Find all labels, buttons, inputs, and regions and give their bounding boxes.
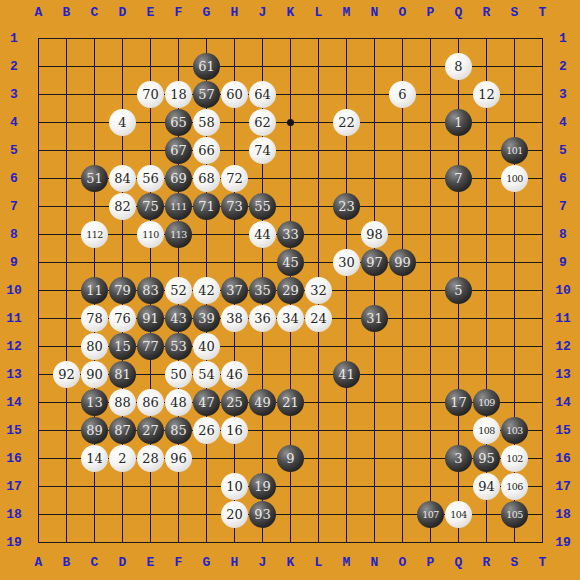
stone-white-90: 90	[81, 361, 108, 388]
go-board-diagram: ABCDEFGHJKLMNOPQRST ABCDEFGHJKLMNOPQRST …	[0, 0, 580, 580]
column-label-bottom-P: P	[417, 555, 445, 571]
column-label-bottom-L: L	[305, 555, 333, 571]
stone-white-8: 8	[445, 53, 472, 80]
row-label-right-19: 19	[549, 535, 577, 551]
stone-black-21: 21	[277, 389, 304, 416]
row-label-left-13: 13	[0, 367, 28, 383]
row-label-left-16: 16	[0, 451, 28, 467]
stone-black-67: 67	[165, 137, 192, 164]
stone-black-51: 51	[81, 165, 108, 192]
stone-black-81: 81	[109, 361, 136, 388]
column-label-top-B: B	[53, 5, 81, 21]
stone-black-99: 99	[389, 249, 416, 276]
stone-black-109: 109	[473, 389, 500, 416]
column-label-top-R: R	[473, 5, 501, 21]
stone-black-31: 31	[361, 305, 388, 332]
row-label-left-2: 2	[0, 59, 28, 75]
stone-white-92: 92	[53, 361, 80, 388]
row-label-right-18: 18	[549, 507, 577, 523]
column-label-top-L: L	[305, 5, 333, 21]
column-label-bottom-G: G	[193, 555, 221, 571]
stone-white-98: 98	[361, 221, 388, 248]
stone-black-93: 93	[249, 501, 276, 528]
stone-white-22: 22	[333, 109, 360, 136]
row-label-right-5: 5	[549, 143, 577, 159]
stone-black-15: 15	[109, 333, 136, 360]
stone-black-75: 75	[137, 193, 164, 220]
stone-black-89: 89	[81, 417, 108, 444]
stone-black-111: 111	[165, 193, 192, 220]
stone-black-113: 113	[165, 221, 192, 248]
stone-black-13: 13	[81, 389, 108, 416]
stone-white-74: 74	[249, 137, 276, 164]
stone-white-20: 20	[221, 501, 248, 528]
row-label-right-16: 16	[549, 451, 577, 467]
row-label-right-9: 9	[549, 255, 577, 271]
stone-white-88: 88	[109, 389, 136, 416]
stone-white-96: 96	[165, 445, 192, 472]
stone-black-79: 79	[109, 277, 136, 304]
row-label-left-14: 14	[0, 395, 28, 411]
column-label-top-S: S	[501, 5, 529, 21]
column-label-top-Q: Q	[445, 5, 473, 21]
column-label-bottom-B: B	[53, 555, 81, 571]
row-label-right-8: 8	[549, 227, 577, 243]
stone-white-6: 6	[389, 81, 416, 108]
stone-white-34: 34	[277, 305, 304, 332]
column-label-top-M: M	[333, 5, 361, 21]
column-label-top-T: T	[529, 5, 557, 21]
stone-white-66: 66	[193, 137, 220, 164]
row-label-left-11: 11	[0, 311, 28, 327]
stone-black-37: 37	[221, 277, 248, 304]
stone-white-30: 30	[333, 249, 360, 276]
stone-black-55: 55	[249, 193, 276, 220]
stone-white-44: 44	[249, 221, 276, 248]
row-label-left-17: 17	[0, 479, 28, 495]
row-label-right-14: 14	[549, 395, 577, 411]
row-label-left-10: 10	[0, 283, 28, 299]
star-point-K4	[287, 119, 294, 126]
stone-white-70: 70	[137, 81, 164, 108]
stone-black-19: 19	[249, 473, 276, 500]
stone-white-60: 60	[221, 81, 248, 108]
column-label-top-K: K	[277, 5, 305, 21]
stone-white-80: 80	[81, 333, 108, 360]
stone-black-103: 103	[501, 417, 528, 444]
stone-black-69: 69	[165, 165, 192, 192]
column-label-bottom-J: J	[249, 555, 277, 571]
stone-black-41: 41	[333, 361, 360, 388]
column-label-bottom-D: D	[109, 555, 137, 571]
stone-white-12: 12	[473, 81, 500, 108]
stone-white-48: 48	[165, 389, 192, 416]
stone-white-28: 28	[137, 445, 164, 472]
stone-white-68: 68	[193, 165, 220, 192]
stone-white-102: 102	[501, 445, 528, 472]
row-label-right-2: 2	[549, 59, 577, 75]
stone-white-40: 40	[193, 333, 220, 360]
stone-black-17: 17	[445, 389, 472, 416]
row-label-left-18: 18	[0, 507, 28, 523]
column-label-top-O: O	[389, 5, 417, 21]
stone-white-18: 18	[165, 81, 192, 108]
row-label-right-7: 7	[549, 199, 577, 215]
stone-white-72: 72	[221, 165, 248, 192]
stone-black-105: 105	[501, 501, 528, 528]
stone-white-36: 36	[249, 305, 276, 332]
column-label-top-D: D	[109, 5, 137, 21]
column-label-bottom-N: N	[361, 555, 389, 571]
stone-white-32: 32	[305, 277, 332, 304]
stone-black-1: 1	[445, 109, 472, 136]
stone-white-14: 14	[81, 445, 108, 472]
column-label-top-G: G	[193, 5, 221, 21]
stone-white-54: 54	[193, 361, 220, 388]
stone-black-33: 33	[277, 221, 304, 248]
column-label-bottom-F: F	[165, 555, 193, 571]
stone-white-100: 100	[501, 165, 528, 192]
stone-black-87: 87	[109, 417, 136, 444]
row-label-right-13: 13	[549, 367, 577, 383]
column-label-bottom-O: O	[389, 555, 417, 571]
row-label-left-9: 9	[0, 255, 28, 271]
column-label-top-F: F	[165, 5, 193, 21]
stone-black-25: 25	[221, 389, 248, 416]
row-label-right-12: 12	[549, 339, 577, 355]
column-label-bottom-S: S	[501, 555, 529, 571]
stone-black-47: 47	[193, 389, 220, 416]
stone-black-65: 65	[165, 109, 192, 136]
stone-white-52: 52	[165, 277, 192, 304]
column-label-bottom-H: H	[221, 555, 249, 571]
stone-black-3: 3	[445, 445, 472, 472]
stone-black-57: 57	[193, 81, 220, 108]
row-label-left-15: 15	[0, 423, 28, 439]
stone-white-108: 108	[473, 417, 500, 444]
stone-white-78: 78	[81, 305, 108, 332]
stone-white-76: 76	[109, 305, 136, 332]
stone-white-4: 4	[109, 109, 136, 136]
stone-white-2: 2	[109, 445, 136, 472]
column-label-bottom-K: K	[277, 555, 305, 571]
row-label-right-1: 1	[549, 31, 577, 47]
row-label-left-1: 1	[0, 31, 28, 47]
column-label-top-N: N	[361, 5, 389, 21]
column-label-bottom-R: R	[473, 555, 501, 571]
stone-white-38: 38	[221, 305, 248, 332]
stone-white-112: 112	[81, 221, 108, 248]
column-label-bottom-C: C	[81, 555, 109, 571]
column-label-top-A: A	[25, 5, 53, 21]
stone-black-73: 73	[221, 193, 248, 220]
column-label-bottom-Q: Q	[445, 555, 473, 571]
row-label-right-17: 17	[549, 479, 577, 495]
stone-black-107: 107	[417, 501, 444, 528]
stone-black-27: 27	[137, 417, 164, 444]
stone-black-101: 101	[501, 137, 528, 164]
column-label-top-P: P	[417, 5, 445, 21]
stone-black-43: 43	[165, 305, 192, 332]
row-label-left-19: 19	[0, 535, 28, 551]
row-label-left-6: 6	[0, 171, 28, 187]
stone-black-7: 7	[445, 165, 472, 192]
stone-white-10: 10	[221, 473, 248, 500]
stone-black-85: 85	[165, 417, 192, 444]
stone-white-58: 58	[193, 109, 220, 136]
column-label-bottom-T: T	[529, 555, 557, 571]
column-label-top-E: E	[137, 5, 165, 21]
row-label-left-3: 3	[0, 87, 28, 103]
stone-black-49: 49	[249, 389, 276, 416]
stone-black-61: 61	[193, 53, 220, 80]
stone-white-86: 86	[137, 389, 164, 416]
stone-white-106: 106	[501, 473, 528, 500]
stone-black-45: 45	[277, 249, 304, 276]
stone-black-71: 71	[193, 193, 220, 220]
stone-white-56: 56	[137, 165, 164, 192]
stone-black-83: 83	[137, 277, 164, 304]
stone-white-46: 46	[221, 361, 248, 388]
stone-white-24: 24	[305, 305, 332, 332]
row-label-left-12: 12	[0, 339, 28, 355]
column-label-top-J: J	[249, 5, 277, 21]
row-label-right-15: 15	[549, 423, 577, 439]
stone-white-26: 26	[193, 417, 220, 444]
stone-white-84: 84	[109, 165, 136, 192]
row-label-right-6: 6	[549, 171, 577, 187]
stone-black-29: 29	[277, 277, 304, 304]
column-label-bottom-E: E	[137, 555, 165, 571]
stone-black-39: 39	[193, 305, 220, 332]
stone-black-97: 97	[361, 249, 388, 276]
stone-black-77: 77	[137, 333, 164, 360]
column-label-bottom-M: M	[333, 555, 361, 571]
stone-black-91: 91	[137, 305, 164, 332]
column-label-top-H: H	[221, 5, 249, 21]
stone-white-50: 50	[165, 361, 192, 388]
row-label-right-10: 10	[549, 283, 577, 299]
row-label-left-7: 7	[0, 199, 28, 215]
row-label-right-3: 3	[549, 87, 577, 103]
stone-white-94: 94	[473, 473, 500, 500]
column-label-bottom-A: A	[25, 555, 53, 571]
stone-black-11: 11	[81, 277, 108, 304]
stone-white-104: 104	[445, 501, 472, 528]
stone-black-35: 35	[249, 277, 276, 304]
stone-white-62: 62	[249, 109, 276, 136]
stone-white-42: 42	[193, 277, 220, 304]
row-label-left-4: 4	[0, 115, 28, 131]
stone-black-23: 23	[333, 193, 360, 220]
stone-white-16: 16	[221, 417, 248, 444]
stone-black-5: 5	[445, 277, 472, 304]
stone-white-82: 82	[109, 193, 136, 220]
stone-black-9: 9	[277, 445, 304, 472]
stone-black-53: 53	[165, 333, 192, 360]
stone-black-95: 95	[473, 445, 500, 472]
row-label-right-11: 11	[549, 311, 577, 327]
row-label-left-5: 5	[0, 143, 28, 159]
stone-white-110: 110	[137, 221, 164, 248]
stone-white-64: 64	[249, 81, 276, 108]
column-label-top-C: C	[81, 5, 109, 21]
row-label-left-8: 8	[0, 227, 28, 243]
row-label-right-4: 4	[549, 115, 577, 131]
